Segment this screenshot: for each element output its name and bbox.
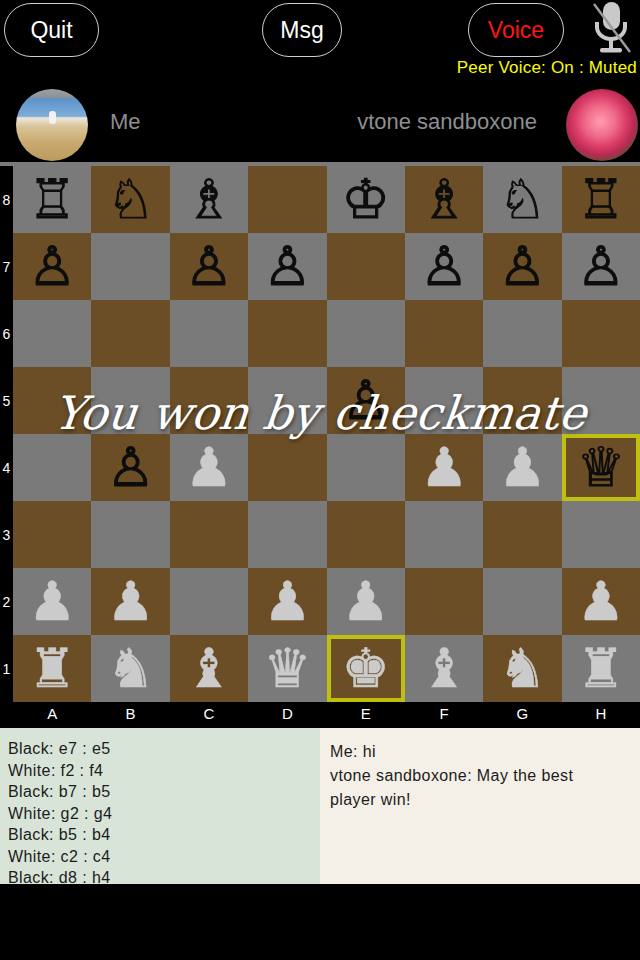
- file-label-c: C: [170, 702, 248, 724]
- square-a8[interactable]: ♖: [13, 166, 91, 233]
- square-b8[interactable]: ♘: [91, 166, 169, 233]
- square-f1[interactable]: ♝: [405, 635, 483, 702]
- move-list-panel: Black: e7 : e5White: f2 : f4Black: b7 : …: [0, 728, 320, 884]
- square-c7[interactable]: ♙: [170, 233, 248, 300]
- rank-label-4: 4: [0, 434, 13, 501]
- piece-white-bishop: ♝: [420, 642, 468, 696]
- piece-black-pawn: ♙: [28, 240, 76, 294]
- opponent-avatar-rose-photo: [566, 89, 638, 161]
- piece-black-knight: ♘: [106, 173, 154, 227]
- piece-white-bishop: ♝: [185, 642, 233, 696]
- square-h3[interactable]: [562, 501, 640, 568]
- rank-label-8: 8: [0, 166, 13, 233]
- voice-button[interactable]: Voice: [468, 3, 564, 57]
- square-d6[interactable]: [248, 300, 326, 367]
- file-label-b: B: [91, 702, 169, 724]
- move-row: White: f2 : f4: [8, 760, 316, 782]
- square-f8[interactable]: ♗: [405, 166, 483, 233]
- square-g3[interactable]: [483, 501, 561, 568]
- piece-black-knight: ♘: [498, 173, 546, 227]
- square-d5[interactable]: [248, 367, 326, 434]
- piece-white-pawn: ♟: [420, 441, 468, 495]
- square-d7[interactable]: ♙: [248, 233, 326, 300]
- square-h2[interactable]: ♟: [562, 568, 640, 635]
- move-row: Black: d8 : h4: [8, 867, 316, 889]
- piece-black-bishop: ♗: [185, 173, 233, 227]
- piece-black-rook: ♖: [28, 173, 76, 227]
- piece-black-pawn: ♙: [185, 240, 233, 294]
- square-c1[interactable]: ♝: [170, 635, 248, 702]
- move-row: White: g2 : g4: [8, 803, 316, 825]
- square-h1[interactable]: ♜: [562, 635, 640, 702]
- piece-white-pawn: ♟: [498, 441, 546, 495]
- square-a4[interactable]: [13, 434, 91, 501]
- rank-label-1: 1: [0, 635, 13, 702]
- square-g5[interactable]: [483, 367, 561, 434]
- square-a2[interactable]: ♟: [13, 568, 91, 635]
- square-f6[interactable]: [405, 300, 483, 367]
- square-c3[interactable]: [170, 501, 248, 568]
- board-section: 87654321 ♖♘♗♔♗♘♖♙♙♙♙♙♙♙♙♟♟♟♕♟♟♟♟♟♜♞♝♛♚♝♞…: [0, 162, 640, 724]
- piece-white-pawn: ♟: [106, 575, 154, 629]
- piece-white-pawn: ♟: [577, 575, 625, 629]
- square-d1[interactable]: ♛: [248, 635, 326, 702]
- piece-white-knight: ♞: [106, 642, 154, 696]
- rank-label-5: 5: [0, 367, 13, 434]
- square-e7[interactable]: [327, 233, 405, 300]
- chat-panel: Me: hivtone sandboxone: May the best pla…: [320, 728, 640, 884]
- bottom-panels: Black: e7 : e5White: f2 : f4Black: b7 : …: [0, 728, 640, 884]
- square-d2[interactable]: ♟: [248, 568, 326, 635]
- square-b1[interactable]: ♞: [91, 635, 169, 702]
- square-e2[interactable]: ♟: [327, 568, 405, 635]
- piece-black-rook: ♖: [577, 173, 625, 227]
- quit-button[interactable]: Quit: [4, 3, 99, 57]
- square-b7[interactable]: [91, 233, 169, 300]
- square-f2[interactable]: [405, 568, 483, 635]
- square-a1[interactable]: ♜: [13, 635, 91, 702]
- move-row: Black: b5 : b4: [8, 824, 316, 846]
- my-avatar-beach-photo: [16, 89, 88, 161]
- square-a5[interactable]: [13, 367, 91, 434]
- square-b2[interactable]: ♟: [91, 568, 169, 635]
- square-d8[interactable]: [248, 166, 326, 233]
- square-h6[interactable]: [562, 300, 640, 367]
- square-f7[interactable]: ♙: [405, 233, 483, 300]
- my-player-name: Me: [110, 109, 141, 135]
- piece-white-pawn: ♟: [28, 575, 76, 629]
- square-h8[interactable]: ♖: [562, 166, 640, 233]
- toolbar: Quit Msg Voice Peer Voice: On : Muted: [0, 0, 640, 85]
- piece-black-queen: ♕: [577, 441, 625, 495]
- piece-white-king: ♚: [342, 642, 390, 696]
- player-bar: Me vtone sandboxone: [0, 85, 640, 162]
- square-a3[interactable]: [13, 501, 91, 568]
- square-g1[interactable]: ♞: [483, 635, 561, 702]
- chat-message: Me: hi: [330, 740, 624, 764]
- opponent-player-name: vtone sandboxone: [357, 109, 537, 135]
- piece-white-knight: ♞: [498, 642, 546, 696]
- rank-labels: 87654321: [0, 166, 13, 702]
- square-h5[interactable]: [562, 367, 640, 434]
- peer-voice-status: Peer Voice: On : Muted: [457, 58, 637, 78]
- chat-message: vtone sandboxone: May the best player wi…: [330, 764, 624, 812]
- piece-white-rook: ♜: [28, 642, 76, 696]
- chess-board: ♖♘♗♔♗♘♖♙♙♙♙♙♙♙♙♟♟♟♕♟♟♟♟♟♜♞♝♛♚♝♞♜: [13, 166, 640, 702]
- square-e6[interactable]: [327, 300, 405, 367]
- piece-black-pawn: ♙: [342, 374, 390, 428]
- square-d4[interactable]: [248, 434, 326, 501]
- square-e3[interactable]: [327, 501, 405, 568]
- piece-white-pawn: ♟: [185, 441, 233, 495]
- move-row: White: c2 : c4: [8, 846, 316, 868]
- square-b4[interactable]: ♙: [91, 434, 169, 501]
- square-a7[interactable]: ♙: [13, 233, 91, 300]
- square-g4[interactable]: ♟: [483, 434, 561, 501]
- rank-label-3: 3: [0, 501, 13, 568]
- beach-person-silhouette: [49, 111, 56, 124]
- piece-black-pawn: ♙: [106, 441, 154, 495]
- square-f3[interactable]: [405, 501, 483, 568]
- square-d3[interactable]: [248, 501, 326, 568]
- square-c5[interactable]: [170, 367, 248, 434]
- square-c2[interactable]: [170, 568, 248, 635]
- square-g8[interactable]: ♘: [483, 166, 561, 233]
- square-b5[interactable]: [91, 367, 169, 434]
- file-label-h: H: [562, 702, 640, 724]
- piece-black-pawn: ♙: [420, 240, 468, 294]
- msg-button[interactable]: Msg: [262, 3, 342, 57]
- piece-white-pawn: ♟: [342, 575, 390, 629]
- file-label-e: E: [327, 702, 405, 724]
- square-b3[interactable]: [91, 501, 169, 568]
- move-row: Black: e7 : e5: [8, 738, 316, 760]
- piece-black-king: ♔: [342, 173, 390, 227]
- piece-black-bishop: ♗: [420, 173, 468, 227]
- file-label-d: D: [248, 702, 326, 724]
- rank-label-2: 2: [0, 568, 13, 635]
- file-labels: ABCDEFGH: [13, 702, 640, 724]
- square-h7[interactable]: ♙: [562, 233, 640, 300]
- file-label-f: F: [405, 702, 483, 724]
- piece-black-pawn: ♙: [498, 240, 546, 294]
- square-c4[interactable]: ♟: [170, 434, 248, 501]
- piece-white-pawn: ♟: [263, 575, 311, 629]
- file-label-g: G: [483, 702, 561, 724]
- square-c6[interactable]: [170, 300, 248, 367]
- square-a6[interactable]: [13, 300, 91, 367]
- file-label-a: A: [13, 702, 91, 724]
- square-h4[interactable]: ♕: [562, 434, 640, 501]
- square-f5[interactable]: [405, 367, 483, 434]
- square-f4[interactable]: ♟: [405, 434, 483, 501]
- square-g2[interactable]: [483, 568, 561, 635]
- square-e8[interactable]: ♔: [327, 166, 405, 233]
- piece-black-pawn: ♙: [577, 240, 625, 294]
- square-e1[interactable]: ♚: [327, 635, 405, 702]
- piece-white-queen: ♛: [263, 642, 311, 696]
- rank-label-6: 6: [0, 300, 13, 367]
- rank-label-7: 7: [0, 233, 13, 300]
- square-c8[interactable]: ♗: [170, 166, 248, 233]
- move-row: Black: b7 : b5: [8, 781, 316, 803]
- square-b6[interactable]: [91, 300, 169, 367]
- microphone-muted-icon[interactable]: [584, 0, 638, 56]
- square-e4[interactable]: [327, 434, 405, 501]
- square-g6[interactable]: [483, 300, 561, 367]
- square-g7[interactable]: ♙: [483, 233, 561, 300]
- square-e5[interactable]: ♙: [327, 367, 405, 434]
- piece-black-pawn: ♙: [263, 240, 311, 294]
- piece-white-rook: ♜: [577, 642, 625, 696]
